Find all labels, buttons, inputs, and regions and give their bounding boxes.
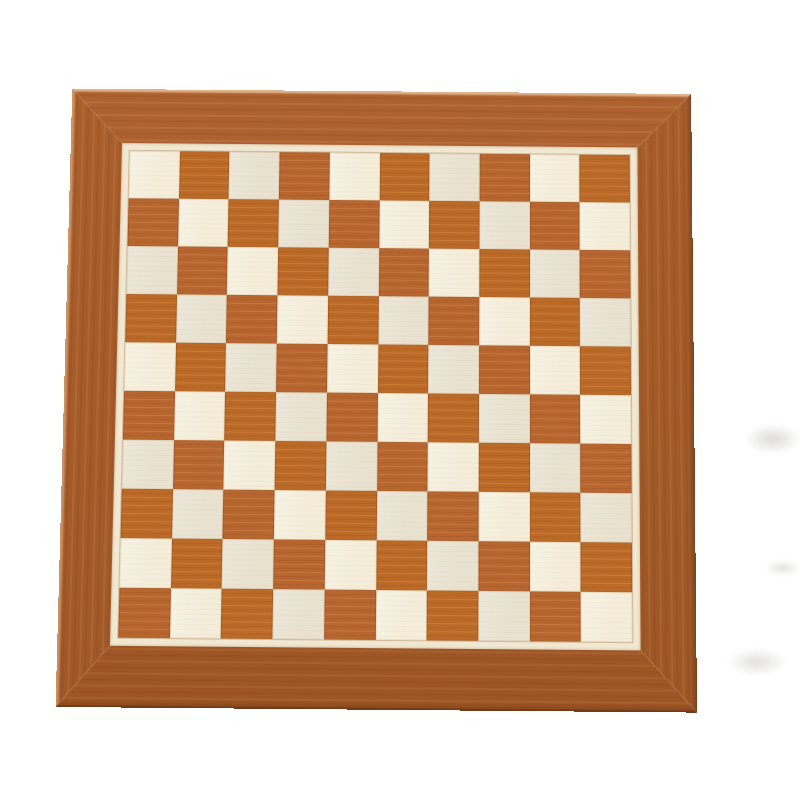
- square-r5-c2: [174, 391, 226, 440]
- square-r2-c7: [427, 541, 478, 591]
- square-r6-c5: [327, 344, 378, 393]
- photo-shadow: [764, 560, 800, 576]
- square-r4-c4: [275, 441, 327, 491]
- square-r6-c3: [225, 343, 276, 392]
- square-r8-c8: [479, 249, 529, 297]
- square-r10-c7: [429, 153, 479, 201]
- square-r1-c10: [581, 592, 633, 642]
- square-r9-c8: [479, 201, 529, 249]
- square-r10-c4: [279, 152, 330, 200]
- square-r1-c8: [478, 591, 529, 641]
- square-r2-c6: [376, 540, 428, 590]
- square-r6-c9: [530, 346, 581, 395]
- square-r4-c2: [173, 440, 225, 490]
- square-r9-c6: [379, 200, 430, 248]
- square-r1-c3: [221, 589, 273, 639]
- square-r6-c4: [276, 344, 327, 393]
- square-r1-c9: [530, 591, 581, 641]
- square-r3-c8: [478, 492, 529, 542]
- square-r3-c10: [581, 493, 632, 543]
- square-r8-c10: [580, 250, 631, 298]
- square-r4-c6: [377, 442, 428, 492]
- square-r2-c5: [324, 540, 376, 590]
- square-r10-c9: [530, 154, 580, 202]
- square-r3-c1: [121, 489, 173, 539]
- square-r4-c8: [479, 443, 530, 493]
- square-r10-c5: [329, 153, 380, 201]
- square-r4-c3: [224, 441, 276, 491]
- square-r9-c3: [228, 199, 279, 247]
- square-r2-c3: [222, 539, 274, 589]
- square-r7-c4: [277, 295, 328, 344]
- square-r1-c7: [427, 590, 479, 640]
- square-r3-c3: [223, 490, 275, 540]
- square-r4-c9: [530, 443, 581, 493]
- square-r3-c5: [325, 490, 377, 540]
- square-r9-c4: [278, 200, 329, 248]
- square-r7-c5: [327, 296, 378, 345]
- square-r5-c4: [275, 392, 326, 441]
- maple-inlay-border: [110, 143, 641, 650]
- square-r2-c9: [530, 542, 581, 592]
- square-r6-c7: [428, 345, 479, 394]
- square-r2-c1: [119, 538, 171, 588]
- board-grid: [118, 151, 632, 642]
- square-r10-c3: [229, 152, 280, 200]
- square-r1-c4: [272, 589, 324, 639]
- square-r5-c10: [580, 395, 631, 444]
- square-r9-c1: [128, 198, 179, 246]
- photo-shadow: [726, 648, 788, 676]
- square-r1-c2: [170, 588, 222, 638]
- square-r6-c1: [124, 342, 176, 391]
- square-r4-c1: [122, 440, 174, 490]
- square-r5-c6: [377, 393, 428, 442]
- square-r8-c1: [126, 246, 177, 294]
- square-r9-c5: [329, 200, 380, 248]
- square-r2-c2: [171, 539, 223, 589]
- square-r10-c8: [479, 154, 529, 202]
- square-r1-c1: [118, 588, 170, 638]
- square-r4-c10: [580, 444, 631, 494]
- square-r9-c10: [580, 202, 630, 250]
- square-r6-c2: [175, 343, 227, 392]
- square-r4-c5: [326, 441, 377, 491]
- square-r7-c7: [428, 297, 479, 346]
- square-r3-c9: [530, 492, 581, 542]
- square-r4-c7: [428, 442, 479, 492]
- square-r7-c10: [580, 298, 631, 347]
- square-r5-c7: [428, 393, 479, 442]
- square-r7-c1: [125, 294, 177, 343]
- square-r10-c2: [179, 151, 230, 199]
- photo-background: [0, 0, 800, 800]
- square-r9-c7: [429, 201, 479, 249]
- square-r3-c6: [376, 491, 427, 541]
- square-r5-c8: [479, 394, 530, 443]
- square-r8-c7: [429, 249, 480, 297]
- square-r7-c9: [530, 297, 581, 346]
- square-r3-c7: [427, 491, 478, 541]
- square-r7-c8: [479, 297, 530, 346]
- square-r7-c3: [226, 295, 277, 344]
- square-r5-c9: [530, 394, 581, 443]
- square-r1-c5: [324, 590, 376, 640]
- square-r10-c1: [129, 151, 180, 199]
- square-r8-c2: [177, 246, 228, 294]
- square-r6-c10: [580, 346, 631, 395]
- square-r8-c5: [328, 248, 379, 296]
- square-r2-c8: [478, 541, 529, 591]
- square-r8-c9: [530, 249, 580, 297]
- square-r5-c1: [123, 391, 175, 440]
- square-r10-c10: [580, 155, 630, 203]
- square-r5-c3: [225, 392, 277, 441]
- square-r2-c4: [273, 539, 325, 589]
- square-r2-c10: [581, 542, 632, 592]
- square-r10-c6: [379, 153, 429, 201]
- square-r8-c4: [278, 247, 329, 295]
- square-r9-c9: [530, 202, 580, 250]
- photo-shadow: [744, 424, 800, 454]
- square-r5-c5: [326, 393, 377, 442]
- square-r3-c4: [274, 490, 326, 540]
- square-r7-c2: [176, 294, 227, 343]
- draughts-board: [56, 89, 697, 713]
- square-r6-c8: [479, 345, 530, 394]
- square-r6-c6: [378, 344, 429, 393]
- square-r1-c6: [375, 590, 427, 640]
- square-r3-c2: [172, 489, 224, 539]
- square-r8-c6: [378, 248, 429, 296]
- square-r7-c6: [378, 296, 429, 345]
- square-r8-c3: [227, 247, 278, 295]
- square-r9-c2: [178, 199, 229, 247]
